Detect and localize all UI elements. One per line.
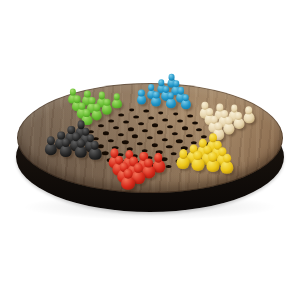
hole[interactable] xyxy=(137,142,143,146)
hole[interactable] xyxy=(166,145,173,149)
hole[interactable] xyxy=(162,138,168,142)
peg-yellow[interactable] xyxy=(177,149,190,169)
peg-yellow[interactable] xyxy=(191,151,204,171)
hole[interactable] xyxy=(162,118,168,121)
peg-yellow[interactable] xyxy=(206,152,219,172)
hole[interactable] xyxy=(133,115,139,118)
peg-black[interactable] xyxy=(74,139,86,158)
hole[interactable] xyxy=(192,121,198,124)
peg-natural[interactable] xyxy=(243,106,254,123)
hole[interactable] xyxy=(148,117,154,120)
peg-blue[interactable] xyxy=(166,92,176,108)
hole[interactable] xyxy=(138,122,144,125)
hole[interactable] xyxy=(119,113,125,116)
hole[interactable] xyxy=(143,109,149,112)
peg-green[interactable] xyxy=(112,93,122,109)
hole[interactable] xyxy=(187,114,193,117)
peg-blue[interactable] xyxy=(151,91,161,107)
peg-red[interactable] xyxy=(121,168,135,190)
peg-black[interactable] xyxy=(60,138,72,157)
peg-green[interactable] xyxy=(101,98,111,114)
peg-black[interactable] xyxy=(89,140,102,159)
hole[interactable] xyxy=(172,132,178,135)
hole[interactable] xyxy=(132,135,138,138)
hole[interactable] xyxy=(103,132,109,135)
hole[interactable] xyxy=(122,140,128,144)
hole[interactable] xyxy=(167,125,173,128)
peg-blue[interactable] xyxy=(137,90,147,105)
peg-blue[interactable] xyxy=(180,94,190,110)
peg-natural[interactable] xyxy=(233,111,244,128)
hole[interactable] xyxy=(177,120,183,123)
hole[interactable] xyxy=(165,165,172,169)
hole[interactable] xyxy=(152,124,158,127)
hole[interactable] xyxy=(108,119,114,122)
hole[interactable] xyxy=(118,133,124,136)
hole[interactable] xyxy=(157,131,163,134)
peg-green[interactable] xyxy=(91,104,102,121)
hole[interactable] xyxy=(128,128,134,131)
chinese-checkers-product-photo xyxy=(0,0,300,300)
hole[interactable] xyxy=(147,136,153,139)
hole[interactable] xyxy=(173,113,179,116)
hole[interactable] xyxy=(176,139,182,143)
hole[interactable] xyxy=(142,129,148,132)
peg-black[interactable] xyxy=(45,136,57,155)
hole[interactable] xyxy=(113,126,119,129)
peg-natural[interactable] xyxy=(223,117,234,135)
hole[interactable] xyxy=(151,143,157,147)
hole[interactable] xyxy=(107,139,113,143)
hole[interactable] xyxy=(196,128,202,131)
hole[interactable] xyxy=(129,108,135,111)
pieces-layer xyxy=(0,0,300,300)
hole[interactable] xyxy=(186,134,192,137)
hole[interactable] xyxy=(98,125,104,128)
hole[interactable] xyxy=(158,111,164,114)
hole[interactable] xyxy=(182,127,188,130)
peg-yellow[interactable] xyxy=(221,154,234,174)
hole[interactable] xyxy=(123,121,129,124)
